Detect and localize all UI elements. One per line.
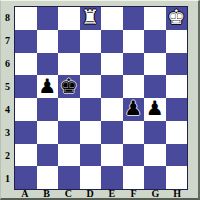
square-a5[interactable] <box>15 75 37 98</box>
square-g4[interactable]: ♟ <box>144 98 166 121</box>
square-b8[interactable] <box>37 7 59 30</box>
square-a3[interactable] <box>15 121 37 144</box>
square-c1[interactable] <box>58 166 80 189</box>
rank-labels: 87654321 <box>2 6 13 190</box>
square-f8[interactable] <box>123 7 145 30</box>
rank-label-7: 7 <box>2 29 13 52</box>
rank-label-6: 6 <box>2 52 13 75</box>
chess-board[interactable]: ♜♚♟♚♟♟ <box>14 6 188 190</box>
square-c3[interactable] <box>58 121 80 144</box>
square-a1[interactable] <box>15 166 37 189</box>
square-h4[interactable] <box>166 98 188 121</box>
rank-label-8: 8 <box>2 6 13 29</box>
square-h5[interactable] <box>166 75 188 98</box>
square-f3[interactable] <box>123 121 145 144</box>
square-b1[interactable] <box>37 166 59 189</box>
square-g2[interactable] <box>144 144 166 167</box>
square-f1[interactable] <box>123 166 145 189</box>
square-d8[interactable]: ♜ <box>80 7 102 30</box>
square-f2[interactable] <box>123 144 145 167</box>
rank-label-1: 1 <box>2 167 13 190</box>
square-e6[interactable] <box>101 53 123 76</box>
black-king[interactable]: ♚ <box>60 76 78 96</box>
square-d6[interactable] <box>80 53 102 76</box>
file-label-h: H <box>166 189 188 199</box>
square-d3[interactable] <box>80 121 102 144</box>
square-b5[interactable]: ♟ <box>37 75 59 98</box>
square-h8[interactable]: ♚ <box>166 7 188 30</box>
square-b6[interactable] <box>37 53 59 76</box>
file-label-d: D <box>79 189 101 199</box>
black-pawn[interactable]: ♟ <box>38 76 56 96</box>
square-g5[interactable] <box>144 75 166 98</box>
square-h6[interactable] <box>166 53 188 76</box>
square-c7[interactable] <box>58 30 80 53</box>
file-label-e: E <box>101 189 123 199</box>
square-b2[interactable] <box>37 144 59 167</box>
square-e7[interactable] <box>101 30 123 53</box>
square-b3[interactable] <box>37 121 59 144</box>
square-e2[interactable] <box>101 144 123 167</box>
file-label-f: F <box>123 189 145 199</box>
file-label-b: B <box>36 189 58 199</box>
square-h3[interactable] <box>166 121 188 144</box>
square-a4[interactable] <box>15 98 37 121</box>
black-pawn[interactable]: ♟ <box>124 98 142 118</box>
square-d5[interactable] <box>80 75 102 98</box>
square-e3[interactable] <box>101 121 123 144</box>
rank-label-4: 4 <box>2 98 13 121</box>
square-d1[interactable] <box>80 166 102 189</box>
square-f7[interactable] <box>123 30 145 53</box>
square-c6[interactable] <box>58 53 80 76</box>
square-h2[interactable] <box>166 144 188 167</box>
square-h7[interactable] <box>166 30 188 53</box>
rank-label-2: 2 <box>2 144 13 167</box>
square-e1[interactable] <box>101 166 123 189</box>
file-label-c: C <box>58 189 80 199</box>
square-a6[interactable] <box>15 53 37 76</box>
square-g7[interactable] <box>144 30 166 53</box>
white-rook[interactable]: ♜ <box>81 7 99 27</box>
black-pawn[interactable]: ♟ <box>146 98 164 118</box>
file-labels: ABCDEFGH <box>14 189 188 199</box>
square-c8[interactable] <box>58 7 80 30</box>
square-d2[interactable] <box>80 144 102 167</box>
square-a2[interactable] <box>15 144 37 167</box>
square-a8[interactable] <box>15 7 37 30</box>
square-f5[interactable] <box>123 75 145 98</box>
square-g8[interactable] <box>144 7 166 30</box>
square-c4[interactable] <box>58 98 80 121</box>
rank-label-5: 5 <box>2 75 13 98</box>
file-label-g: G <box>145 189 167 199</box>
file-label-a: A <box>14 189 36 199</box>
chess-board-frame: 87654321 ♜♚♟♚♟♟ ABCDEFGH <box>0 0 200 200</box>
square-d4[interactable] <box>80 98 102 121</box>
square-g6[interactable] <box>144 53 166 76</box>
square-b4[interactable] <box>37 98 59 121</box>
white-king[interactable]: ♚ <box>167 7 185 27</box>
square-d7[interactable] <box>80 30 102 53</box>
square-b7[interactable] <box>37 30 59 53</box>
square-e8[interactable] <box>101 7 123 30</box>
square-g3[interactable] <box>144 121 166 144</box>
square-a7[interactable] <box>15 30 37 53</box>
square-f4[interactable]: ♟ <box>123 98 145 121</box>
rank-label-3: 3 <box>2 121 13 144</box>
square-h1[interactable] <box>166 166 188 189</box>
square-g1[interactable] <box>144 166 166 189</box>
square-f6[interactable] <box>123 53 145 76</box>
square-e4[interactable] <box>101 98 123 121</box>
square-c2[interactable] <box>58 144 80 167</box>
square-c5[interactable]: ♚ <box>58 75 80 98</box>
square-e5[interactable] <box>101 75 123 98</box>
